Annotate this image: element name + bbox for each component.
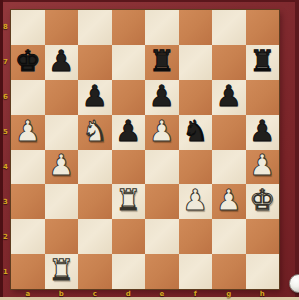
square-e4[interactable] [145, 150, 179, 185]
rank-label-1: 1 [0, 254, 11, 289]
square-a1[interactable] [11, 254, 45, 289]
chess-board-frame: 87654321 ♚♟♜♜♟♟♟♟♞♟♟♞♟♟♟♜♟♟♚♜ abcdefgh [0, 0, 299, 300]
piece-white-pawn[interactable]: ♟ [249, 151, 275, 180]
square-e3[interactable] [145, 184, 179, 219]
piece-black-rook[interactable]: ♜ [149, 47, 175, 76]
frame-top-bevel [0, 0, 299, 2]
square-h1[interactable] [246, 254, 280, 289]
square-a3[interactable] [11, 184, 45, 219]
square-h6[interactable] [246, 80, 280, 115]
piece-black-knight[interactable]: ♞ [182, 117, 208, 146]
file-label-a: a [11, 289, 45, 299]
piece-white-pawn[interactable]: ♟ [182, 186, 208, 215]
square-d8[interactable] [112, 10, 146, 45]
square-g8[interactable] [212, 10, 246, 45]
square-g1[interactable] [212, 254, 246, 289]
file-label-c: c [78, 289, 112, 299]
square-c4[interactable] [78, 150, 112, 185]
rank-label-6: 6 [0, 80, 11, 115]
piece-black-rook[interactable]: ♜ [249, 47, 275, 76]
chess-board: ♚♟♜♜♟♟♟♟♞♟♟♞♟♟♟♜♟♟♚♜ [11, 10, 279, 289]
piece-white-king[interactable]: ♚ [249, 186, 275, 215]
square-f5[interactable]: ♞ [179, 115, 213, 150]
square-a6[interactable] [11, 80, 45, 115]
piece-white-pawn[interactable]: ♟ [48, 151, 74, 180]
piece-black-pawn[interactable]: ♟ [249, 117, 275, 146]
square-c1[interactable] [78, 254, 112, 289]
square-d2[interactable] [112, 219, 146, 254]
rank-label-8: 8 [0, 10, 11, 45]
file-labels: abcdefgh [11, 289, 279, 299]
square-h4[interactable]: ♟ [246, 150, 280, 185]
square-g5[interactable] [212, 115, 246, 150]
square-b2[interactable] [45, 219, 79, 254]
square-e5[interactable]: ♟ [145, 115, 179, 150]
square-e2[interactable] [145, 219, 179, 254]
square-f8[interactable] [179, 10, 213, 45]
piece-black-pawn[interactable]: ♟ [82, 82, 108, 111]
square-f7[interactable] [179, 45, 213, 80]
square-c8[interactable] [78, 10, 112, 45]
square-e1[interactable] [145, 254, 179, 289]
square-f6[interactable] [179, 80, 213, 115]
square-a2[interactable] [11, 219, 45, 254]
square-h7[interactable]: ♜ [246, 45, 280, 80]
square-g2[interactable] [212, 219, 246, 254]
square-g7[interactable] [212, 45, 246, 80]
file-label-d: d [112, 289, 146, 299]
square-c6[interactable]: ♟ [78, 80, 112, 115]
square-g6[interactable]: ♟ [212, 80, 246, 115]
file-label-b: b [45, 289, 79, 299]
square-c5[interactable]: ♞ [78, 115, 112, 150]
square-h3[interactable]: ♚ [246, 184, 280, 219]
white-to-move-indicator [289, 274, 299, 293]
square-d5[interactable]: ♟ [112, 115, 146, 150]
piece-white-rook[interactable]: ♜ [115, 186, 141, 215]
piece-black-pawn[interactable]: ♟ [216, 82, 242, 111]
frame-right-bevel [295, 0, 299, 300]
square-b1[interactable]: ♜ [45, 254, 79, 289]
square-d7[interactable] [112, 45, 146, 80]
square-b4[interactable]: ♟ [45, 150, 79, 185]
square-g3[interactable]: ♟ [212, 184, 246, 219]
square-a8[interactable] [11, 10, 45, 45]
piece-black-king[interactable]: ♚ [15, 47, 41, 76]
square-a7[interactable]: ♚ [11, 45, 45, 80]
piece-black-pawn[interactable]: ♟ [115, 117, 141, 146]
square-d1[interactable] [112, 254, 146, 289]
file-label-h: h [246, 289, 280, 299]
square-b8[interactable] [45, 10, 79, 45]
file-label-e: e [145, 289, 179, 299]
square-d6[interactable] [112, 80, 146, 115]
square-f4[interactable] [179, 150, 213, 185]
square-a4[interactable] [11, 150, 45, 185]
rank-label-5: 5 [0, 115, 11, 150]
square-d3[interactable]: ♜ [112, 184, 146, 219]
square-b5[interactable] [45, 115, 79, 150]
file-label-f: f [179, 289, 213, 299]
square-a5[interactable]: ♟ [11, 115, 45, 150]
square-h8[interactable] [246, 10, 280, 45]
square-d4[interactable] [112, 150, 146, 185]
square-g4[interactable] [212, 150, 246, 185]
square-c3[interactable] [78, 184, 112, 219]
rank-label-7: 7 [0, 45, 11, 80]
piece-white-pawn[interactable]: ♟ [15, 117, 41, 146]
rank-label-2: 2 [0, 219, 11, 254]
square-f1[interactable] [179, 254, 213, 289]
square-f2[interactable] [179, 219, 213, 254]
piece-black-pawn[interactable]: ♟ [48, 47, 74, 76]
square-b7[interactable]: ♟ [45, 45, 79, 80]
rank-labels: 87654321 [0, 10, 11, 289]
piece-white-rook[interactable]: ♜ [48, 256, 74, 285]
piece-white-knight[interactable]: ♞ [82, 117, 108, 146]
file-label-g: g [212, 289, 246, 299]
square-c2[interactable] [78, 219, 112, 254]
piece-white-pawn[interactable]: ♟ [149, 117, 175, 146]
square-h2[interactable] [246, 219, 280, 254]
square-e6[interactable]: ♟ [145, 80, 179, 115]
square-e7[interactable]: ♜ [145, 45, 179, 80]
square-b6[interactable] [45, 80, 79, 115]
square-c7[interactable] [78, 45, 112, 80]
piece-white-pawn[interactable]: ♟ [216, 186, 242, 215]
piece-black-pawn[interactable]: ♟ [149, 82, 175, 111]
rank-label-3: 3 [0, 184, 11, 219]
square-f3[interactable]: ♟ [179, 184, 213, 219]
square-b3[interactable] [45, 184, 79, 219]
square-e8[interactable] [145, 10, 179, 45]
square-h5[interactable]: ♟ [246, 115, 280, 150]
rank-label-4: 4 [0, 150, 11, 185]
